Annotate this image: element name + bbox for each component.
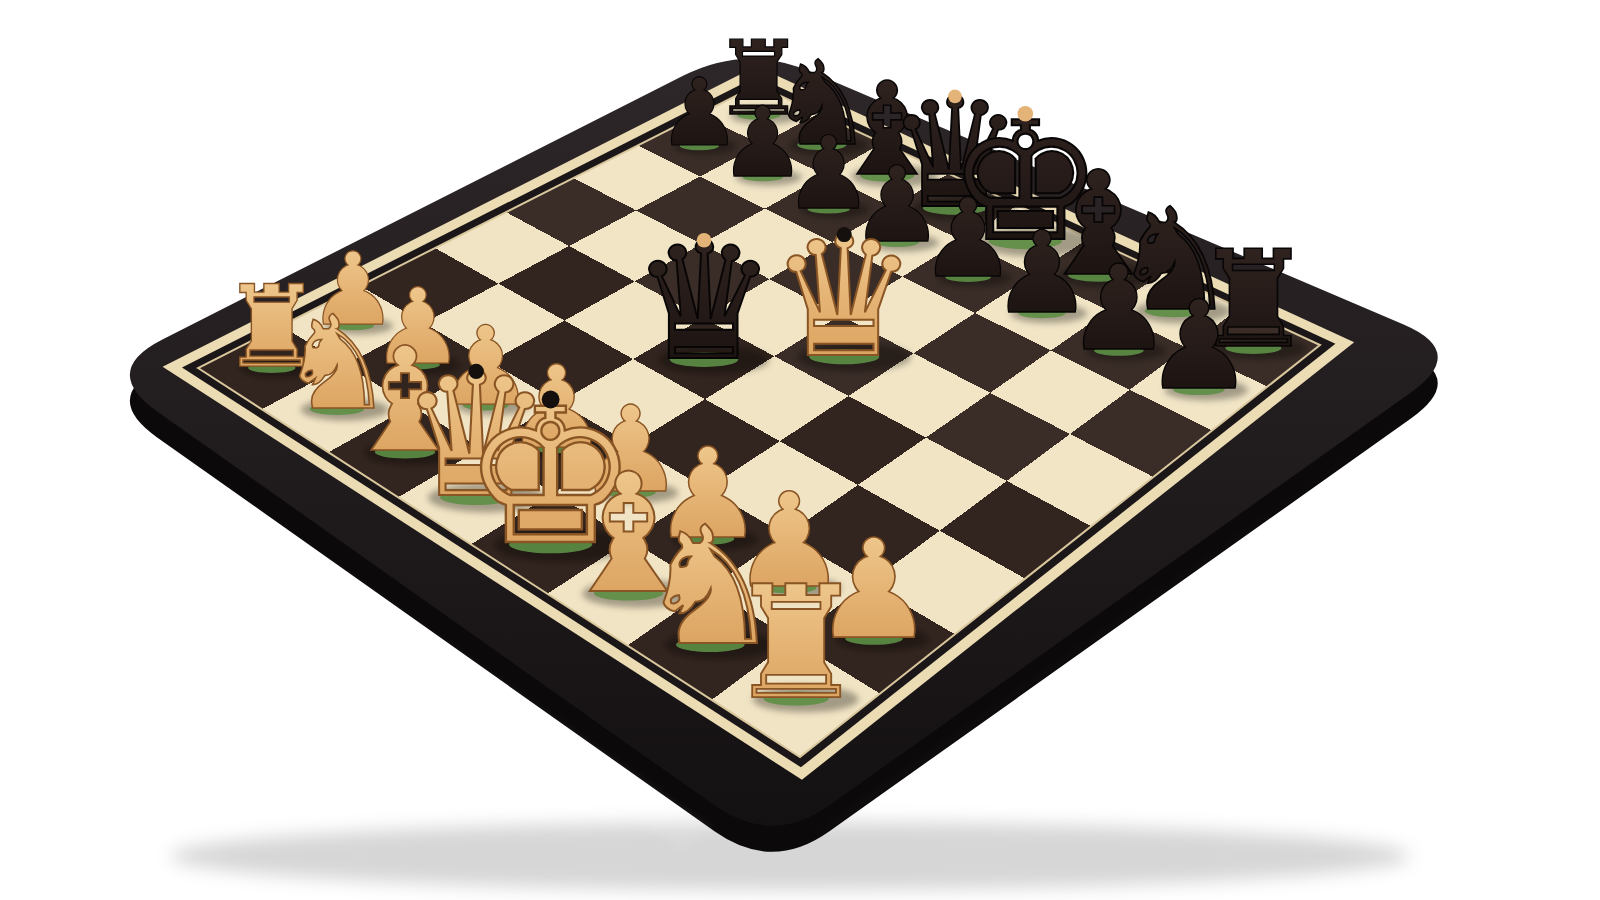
white-queen-finial — [837, 227, 852, 242]
piece-black-queen-d4[interactable]: ♛ — [631, 207, 777, 396]
piece-white-rook-h1[interactable]: ♜ — [726, 552, 866, 734]
piece-glyph-rook: ♜ — [726, 552, 866, 734]
chess-board: ♜♞♟♝♟♛♟♚♟♝♟♞♟♟♜♟♛♛♟♜♟♟♞♟♝♟♛♟♚♟♝♟♞♜ — [0, 0, 1600, 900]
piece-white-queen-e5[interactable]: ♛ — [769, 200, 919, 394]
piece-glyph-pawn: ♟ — [1144, 274, 1254, 417]
black-queen-finial — [697, 233, 712, 248]
board-photo: ♜♞♟♝♟♛♟♚♟♝♟♞♟♟♜♟♛♛♟♜♟♟♞♟♝♟♛♟♚♟♝♟♞♜ — [0, 0, 1600, 900]
white-king-finial — [542, 391, 560, 409]
black-king-finial — [1017, 106, 1033, 122]
piece-black-pawn-h7[interactable]: ♟ — [1144, 274, 1254, 417]
